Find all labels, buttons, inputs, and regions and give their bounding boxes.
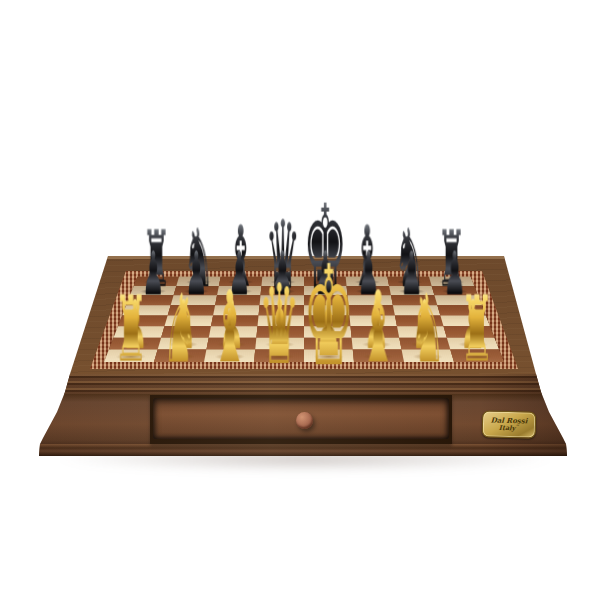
white-knight-g1[interactable]: ♞: [410, 281, 446, 376]
white-knight-b1[interactable]: ♞: [162, 281, 198, 376]
white-bishop-f1[interactable]: ♝: [360, 278, 397, 377]
white-rook-h1[interactable]: ♜: [460, 285, 494, 376]
board-scene: ♜♞♝♛♚♝♞♜♟♟♟♟♟♟♟♟♟♟♟♟♟♟♟♟♜♞♝♛♚♝♞♜: [0, 0, 600, 600]
white-rook-a1[interactable]: ♜: [114, 285, 148, 376]
chess-board: ♜♞♝♛♚♝♞♜♟♟♟♟♟♟♟♟♟♟♟♟♟♟♟♟♜♞♝♛♚♝♞♜: [104, 277, 504, 362]
scene: Dal Rossi Italy™ ♜♞♝♛♚♝♞♜♟♟♟♟♟♟♟♟♟♟♟♟♟♟♟…: [0, 0, 600, 600]
white-king-e1[interactable]: ♚: [303, 247, 355, 385]
white-bishop-c1[interactable]: ♝: [211, 278, 248, 377]
white-queen-d1[interactable]: ♛: [258, 269, 300, 380]
